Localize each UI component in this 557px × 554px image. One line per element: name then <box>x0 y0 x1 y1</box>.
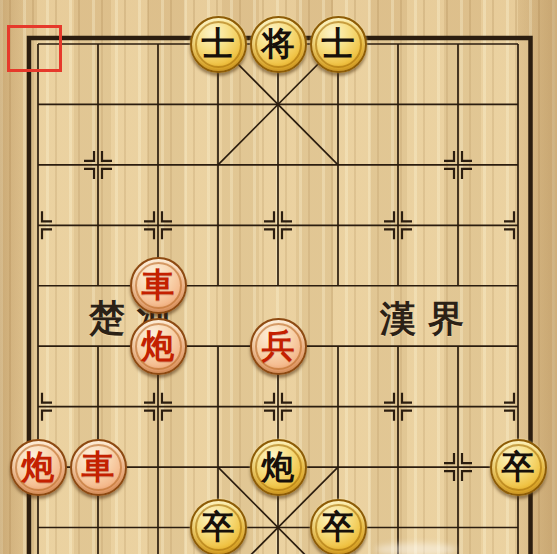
black-advisor-right[interactable]: 士 <box>310 16 367 73</box>
black-cannon[interactable]: 炮 <box>250 439 307 496</box>
black-piece-character: 卒 <box>502 450 535 483</box>
black-piece-character: 士 <box>322 27 355 60</box>
red-soldier[interactable]: 兵 <box>250 318 307 375</box>
black-general[interactable]: 将 <box>250 16 307 73</box>
red-piece-character: 炮 <box>142 329 175 362</box>
glare-smudge <box>375 543 457 554</box>
annotation-rectangle <box>7 25 62 72</box>
red-piece-character: 兵 <box>262 329 295 362</box>
red-piece-character: 車 <box>142 268 175 301</box>
black-piece-character: 卒 <box>322 510 355 543</box>
black-soldier-c[interactable]: 卒 <box>310 499 367 554</box>
xiangqi-board[interactable]: 楚河 漢界 士将士車炮兵炮車炮卒卒卒 <box>0 0 557 554</box>
red-chariot-a[interactable]: 車 <box>130 257 187 314</box>
black-soldier-b[interactable]: 卒 <box>190 499 247 554</box>
black-piece-character: 炮 <box>262 450 295 483</box>
pieces-layer: 士将士車炮兵炮車炮卒卒卒 <box>0 0 557 554</box>
black-piece-character: 将 <box>262 27 295 60</box>
black-soldier-a[interactable]: 卒 <box>490 439 547 496</box>
red-piece-character: 炮 <box>22 450 55 483</box>
black-piece-character: 士 <box>202 27 235 60</box>
red-cannon-a[interactable]: 炮 <box>130 318 187 375</box>
black-piece-character: 卒 <box>202 510 235 543</box>
black-advisor-left[interactable]: 士 <box>190 16 247 73</box>
red-piece-character: 車 <box>82 450 115 483</box>
red-cannon-b[interactable]: 炮 <box>10 439 67 496</box>
red-chariot-b[interactable]: 車 <box>70 439 127 496</box>
